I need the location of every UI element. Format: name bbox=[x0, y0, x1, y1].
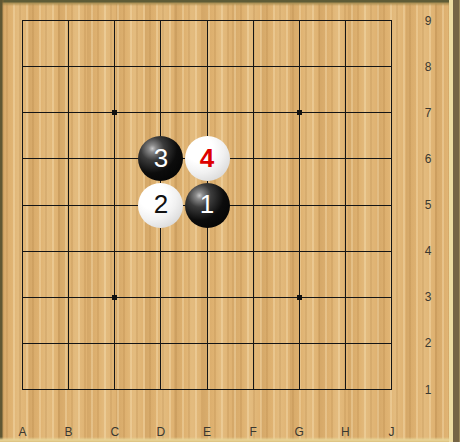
move-number: 1 bbox=[200, 191, 214, 217]
grid-line-vertical bbox=[345, 20, 346, 390]
stone-white-4[interactable]: 4 bbox=[185, 136, 230, 181]
coordinate-number: 9 bbox=[425, 15, 432, 27]
star-point bbox=[297, 295, 302, 300]
coordinate-letter: H bbox=[341, 426, 350, 438]
move-number: 2 bbox=[154, 191, 168, 217]
coordinate-number: 7 bbox=[425, 107, 432, 119]
grid-line-vertical bbox=[299, 20, 300, 390]
board-edge-top bbox=[0, 0, 460, 6]
coordinate-number: 4 bbox=[425, 245, 432, 257]
coordinate-letter: E bbox=[203, 426, 211, 438]
coordinate-letter: C bbox=[110, 426, 119, 438]
stone-black-1[interactable]: 1 bbox=[185, 183, 230, 228]
stone-black-3[interactable]: 3 bbox=[138, 136, 183, 181]
coordinate-number: 1 bbox=[425, 384, 432, 396]
coordinate-number: 5 bbox=[425, 199, 432, 211]
coordinate-letter: D bbox=[157, 426, 166, 438]
move-number: 3 bbox=[154, 145, 168, 171]
grid-line-vertical bbox=[391, 20, 392, 390]
move-number: 4 bbox=[200, 145, 214, 171]
coordinate-number: 8 bbox=[425, 61, 432, 73]
coordinate-number: 6 bbox=[425, 153, 432, 165]
grid-line-horizontal bbox=[22, 251, 392, 252]
grid-line-horizontal bbox=[22, 389, 392, 390]
go-board[interactable]: ABCDEFGHJ 987654321 1234 bbox=[0, 0, 460, 442]
coordinate-letter: F bbox=[249, 426, 256, 438]
grid-line-horizontal bbox=[22, 343, 392, 344]
grid-line-vertical bbox=[253, 20, 254, 390]
coordinate-letter: A bbox=[18, 426, 26, 438]
coordinate-letter: J bbox=[389, 426, 395, 438]
stone-white-2[interactable]: 2 bbox=[138, 183, 183, 228]
coordinate-number: 3 bbox=[425, 291, 432, 303]
coordinate-letter: G bbox=[295, 426, 304, 438]
grid-line-horizontal bbox=[22, 297, 392, 298]
coordinate-number: 2 bbox=[425, 337, 432, 349]
star-point bbox=[297, 110, 302, 115]
board-edge-left bbox=[0, 0, 4, 442]
coordinate-letter: B bbox=[65, 426, 73, 438]
star-point bbox=[112, 295, 117, 300]
star-point bbox=[112, 110, 117, 115]
board-edge-right bbox=[449, 0, 460, 442]
